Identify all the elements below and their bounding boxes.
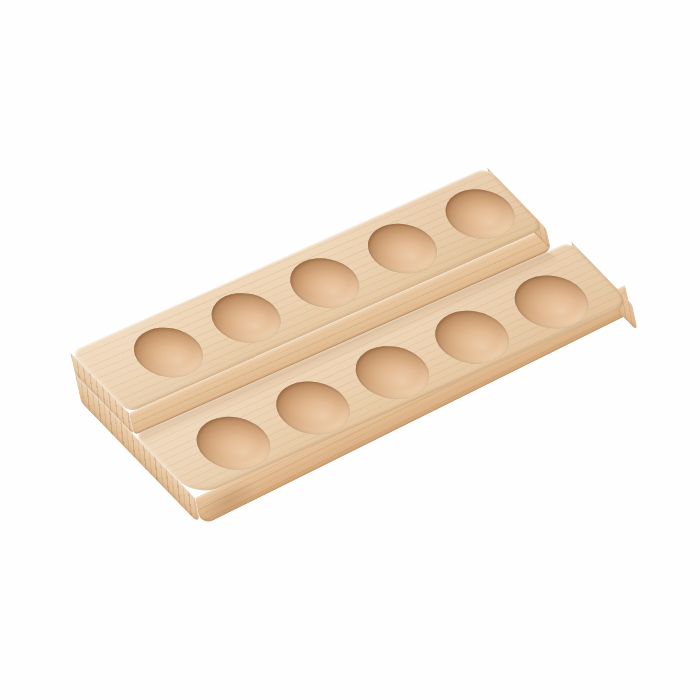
pit-upper-4[interactable] [354,215,451,282]
product-photo-scene [0,0,700,700]
pit-upper-3[interactable] [276,249,373,316]
pit-upper-5[interactable] [431,180,528,247]
wooden-pit-tray [0,0,700,700]
pit-upper-1[interactable] [120,318,217,385]
pit-upper-2[interactable] [198,284,295,351]
